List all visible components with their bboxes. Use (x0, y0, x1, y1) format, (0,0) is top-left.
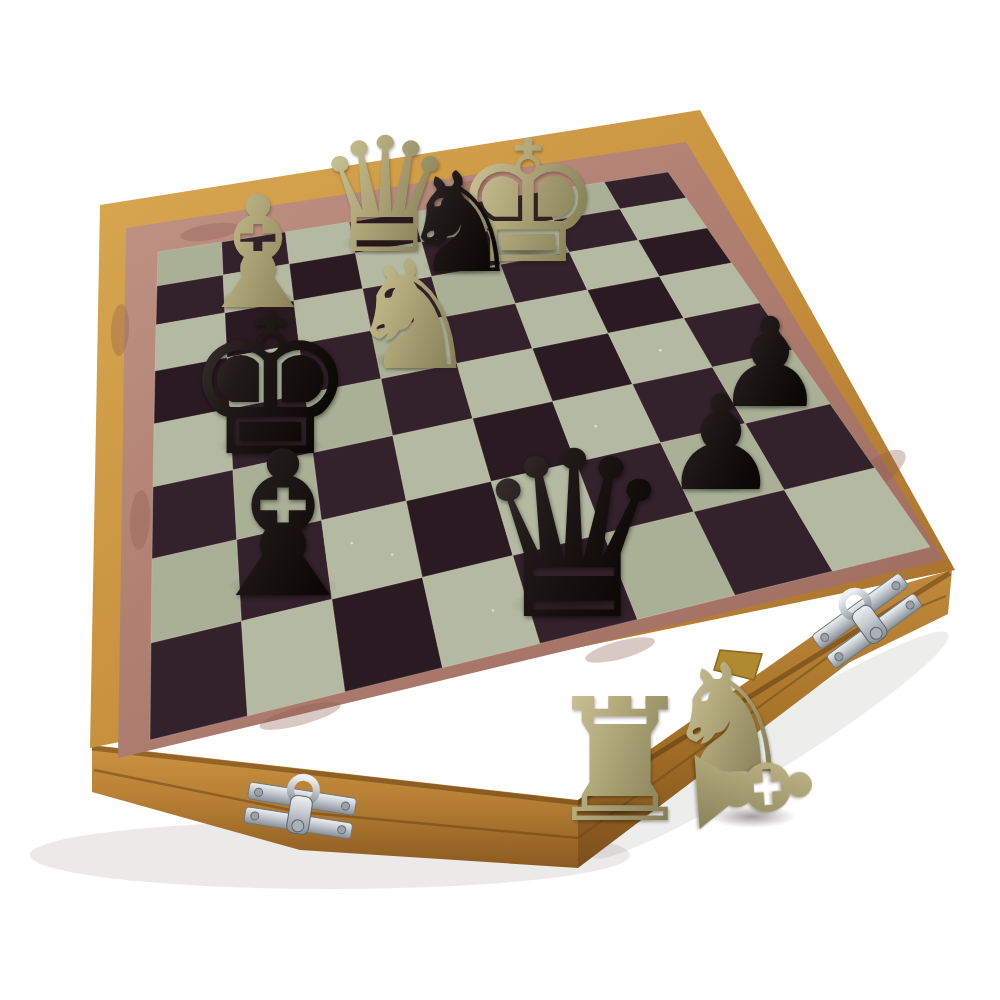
chess-box-product-photo: ♛♚♞♝♞♟♚♟♝♛♞♝♜ (0, 0, 1000, 1000)
piece-black-bishop-b2: ♝ (193, 425, 374, 627)
piece-black-pawn-g2: ♟ (662, 378, 780, 509)
piece-black-queen-e1: ♛ (470, 421, 676, 651)
piece-white-rook-offboard: ♜ (544, 676, 696, 846)
piece-white-knight-d5: ♞ (345, 240, 481, 391)
